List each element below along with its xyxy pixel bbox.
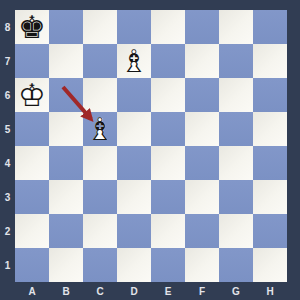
square-h8[interactable] bbox=[253, 10, 287, 44]
king-outline-glyph: ♚ bbox=[15, 10, 49, 44]
file-label-f: F bbox=[185, 282, 219, 300]
square-d2[interactable] bbox=[117, 214, 151, 248]
square-a3[interactable] bbox=[15, 180, 49, 214]
square-d3[interactable] bbox=[117, 180, 151, 214]
square-e1[interactable] bbox=[151, 248, 185, 282]
square-g7[interactable] bbox=[219, 44, 253, 78]
square-d5[interactable] bbox=[117, 112, 151, 146]
square-f6[interactable] bbox=[185, 78, 219, 112]
square-b2[interactable] bbox=[49, 214, 83, 248]
square-c5[interactable]: ♝♗ bbox=[83, 112, 117, 146]
square-g5[interactable] bbox=[219, 112, 253, 146]
piece-white-bishop-d7[interactable]: ♝♗ bbox=[117, 44, 151, 78]
file-label-e: E bbox=[151, 282, 185, 300]
square-f2[interactable] bbox=[185, 214, 219, 248]
rank-label-3: 3 bbox=[0, 180, 15, 214]
square-d6[interactable] bbox=[117, 78, 151, 112]
square-c7[interactable] bbox=[83, 44, 117, 78]
square-f4[interactable] bbox=[185, 146, 219, 180]
square-e3[interactable] bbox=[151, 180, 185, 214]
rank-label-5: 5 bbox=[0, 112, 15, 146]
file-label-b: B bbox=[49, 282, 83, 300]
square-g8[interactable] bbox=[219, 10, 253, 44]
square-e5[interactable] bbox=[151, 112, 185, 146]
square-a4[interactable] bbox=[15, 146, 49, 180]
rank-label-7: 7 bbox=[0, 44, 15, 78]
file-label-a: A bbox=[15, 282, 49, 300]
piece-black-king-a8[interactable]: ♚ bbox=[15, 10, 49, 44]
square-b4[interactable] bbox=[49, 146, 83, 180]
file-label-g: G bbox=[219, 282, 253, 300]
square-g6[interactable] bbox=[219, 78, 253, 112]
square-h5[interactable] bbox=[253, 112, 287, 146]
rank-label-4: 4 bbox=[0, 146, 15, 180]
square-e8[interactable] bbox=[151, 10, 185, 44]
square-e2[interactable] bbox=[151, 214, 185, 248]
king-outline-glyph: ♔ bbox=[15, 78, 49, 112]
square-d4[interactable] bbox=[117, 146, 151, 180]
square-c1[interactable] bbox=[83, 248, 117, 282]
square-h4[interactable] bbox=[253, 146, 287, 180]
rank-label-2: 2 bbox=[0, 214, 15, 248]
chess-board[interactable]: ♚♝♗♚♔♝♗ bbox=[15, 10, 287, 282]
square-a5[interactable] bbox=[15, 112, 49, 146]
chess-diagram: ♚♝♗♚♔♝♗ 87654321 ABCDEFGH bbox=[0, 0, 300, 300]
square-d1[interactable] bbox=[117, 248, 151, 282]
rank-label-6: 6 bbox=[0, 78, 15, 112]
square-f5[interactable] bbox=[185, 112, 219, 146]
square-a7[interactable] bbox=[15, 44, 49, 78]
square-h2[interactable] bbox=[253, 214, 287, 248]
square-b3[interactable] bbox=[49, 180, 83, 214]
square-f3[interactable] bbox=[185, 180, 219, 214]
file-label-h: H bbox=[253, 282, 287, 300]
square-d7[interactable]: ♝♗ bbox=[117, 44, 151, 78]
square-a1[interactable] bbox=[15, 248, 49, 282]
square-c3[interactable] bbox=[83, 180, 117, 214]
square-f7[interactable] bbox=[185, 44, 219, 78]
square-f1[interactable] bbox=[185, 248, 219, 282]
square-d8[interactable] bbox=[117, 10, 151, 44]
square-g2[interactable] bbox=[219, 214, 253, 248]
square-a8[interactable]: ♚ bbox=[15, 10, 49, 44]
square-a6[interactable]: ♚♔ bbox=[15, 78, 49, 112]
square-b8[interactable] bbox=[49, 10, 83, 44]
square-b7[interactable] bbox=[49, 44, 83, 78]
square-h7[interactable] bbox=[253, 44, 287, 78]
rank-label-1: 1 bbox=[0, 248, 15, 282]
piece-white-king-a6[interactable]: ♚♔ bbox=[15, 78, 49, 112]
square-g3[interactable] bbox=[219, 180, 253, 214]
square-g4[interactable] bbox=[219, 146, 253, 180]
file-label-c: C bbox=[83, 282, 117, 300]
bishop-outline-glyph: ♗ bbox=[83, 112, 117, 146]
square-b5[interactable] bbox=[49, 112, 83, 146]
square-b6[interactable] bbox=[49, 78, 83, 112]
bishop-outline-glyph: ♗ bbox=[117, 44, 151, 78]
square-h1[interactable] bbox=[253, 248, 287, 282]
square-a2[interactable] bbox=[15, 214, 49, 248]
square-c4[interactable] bbox=[83, 146, 117, 180]
square-c2[interactable] bbox=[83, 214, 117, 248]
file-label-d: D bbox=[117, 282, 151, 300]
square-e6[interactable] bbox=[151, 78, 185, 112]
square-f8[interactable] bbox=[185, 10, 219, 44]
square-b1[interactable] bbox=[49, 248, 83, 282]
square-h3[interactable] bbox=[253, 180, 287, 214]
rank-label-8: 8 bbox=[0, 10, 15, 44]
square-e7[interactable] bbox=[151, 44, 185, 78]
square-g1[interactable] bbox=[219, 248, 253, 282]
square-c8[interactable] bbox=[83, 10, 117, 44]
square-e4[interactable] bbox=[151, 146, 185, 180]
piece-white-bishop-c5[interactable]: ♝♗ bbox=[83, 112, 117, 146]
square-c6[interactable] bbox=[83, 78, 117, 112]
square-h6[interactable] bbox=[253, 78, 287, 112]
